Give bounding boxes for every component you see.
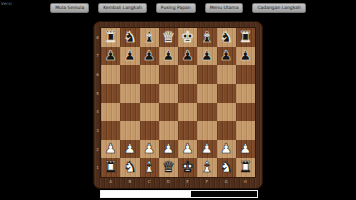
square-a8[interactable]: ♜: [101, 28, 120, 47]
square-d7[interactable]: ♟: [159, 47, 178, 66]
square-d2[interactable]: ♟: [159, 140, 178, 159]
piece-black-pawn: ♟: [143, 49, 155, 63]
square-f8[interactable]: ♝: [197, 28, 216, 47]
piece-white-pawn: ♟: [182, 142, 194, 156]
square-g5[interactable]: [217, 84, 236, 103]
square-a6[interactable]: [101, 65, 120, 84]
eval-bar: [100, 190, 258, 198]
flip-board-button[interactable]: Pusing Papan: [156, 3, 196, 13]
square-h1[interactable]: ♜: [236, 158, 255, 177]
rank-label: 4: [95, 103, 100, 122]
file-label: B: [120, 177, 139, 186]
square-e4[interactable]: [178, 103, 197, 122]
rank-label: 3: [95, 121, 100, 140]
square-g3[interactable]: [217, 121, 236, 140]
square-h7[interactable]: ♟: [236, 47, 255, 66]
square-f3[interactable]: [197, 121, 216, 140]
square-b3[interactable]: [120, 121, 139, 140]
piece-black-pawn: ♟: [239, 49, 251, 63]
square-e5[interactable]: [178, 84, 197, 103]
square-e1[interactable]: ♚: [178, 158, 197, 177]
piece-white-rook: ♜: [239, 160, 252, 175]
piece-white-pawn: ♟: [124, 142, 136, 156]
square-g7[interactable]: ♟: [217, 47, 236, 66]
square-d8[interactable]: ♛: [159, 28, 178, 47]
square-e6[interactable]: [178, 65, 197, 84]
file-label: C: [140, 177, 159, 186]
piece-white-pawn: ♟: [162, 142, 174, 156]
piece-black-knight: ♞: [123, 29, 136, 44]
square-f5[interactable]: [197, 84, 216, 103]
piece-black-pawn: ♟: [201, 49, 213, 63]
square-f2[interactable]: ♟: [197, 140, 216, 159]
hint-move-button[interactable]: Cadangan Langkah: [252, 3, 305, 13]
square-b7[interactable]: ♟: [120, 47, 139, 66]
square-g6[interactable]: [217, 65, 236, 84]
square-e8[interactable]: ♚: [178, 28, 197, 47]
file-label: G: [217, 177, 236, 186]
piece-black-pawn: ♟: [162, 49, 174, 63]
piece-black-rook: ♜: [104, 29, 117, 44]
file-label: F: [197, 177, 216, 186]
square-c1[interactable]: ♝: [140, 158, 159, 177]
rank-label: 5: [95, 84, 100, 103]
restart-button[interactable]: Mula Semula: [50, 3, 89, 13]
square-d1[interactable]: ♛: [159, 158, 178, 177]
rank-label: 7: [95, 47, 100, 66]
square-b2[interactable]: ♟: [120, 140, 139, 159]
square-a2[interactable]: ♟: [101, 140, 120, 159]
rank-label: 2: [95, 140, 100, 159]
square-d4[interactable]: [159, 103, 178, 122]
square-f1[interactable]: ♝: [197, 158, 216, 177]
square-h8[interactable]: ♜: [236, 28, 255, 47]
piece-white-pawn: ♟: [201, 142, 213, 156]
square-h4[interactable]: [236, 103, 255, 122]
file-labels: ABCDEFGH: [101, 177, 255, 186]
piece-black-bishop: ♝: [142, 29, 155, 44]
square-e3[interactable]: [178, 121, 197, 140]
square-a3[interactable]: [101, 121, 120, 140]
rank-label: 8: [95, 28, 100, 47]
file-label: E: [178, 177, 197, 186]
square-a1[interactable]: ♜: [101, 158, 120, 177]
rank-label: 1: [95, 158, 100, 177]
piece-white-pawn: ♟: [143, 142, 155, 156]
square-c2[interactable]: ♟: [140, 140, 159, 159]
piece-white-pawn: ♟: [105, 142, 117, 156]
chess-board: 87654321 ♜♞♝♛♚♝♞♜♟♟♟♟♟♟♟♟♟♟♟♟♟♟♟♟♜♞♝♛♚♝♞…: [93, 21, 263, 189]
piece-black-king: ♚: [181, 29, 194, 44]
piece-black-pawn: ♟: [124, 49, 136, 63]
square-c3[interactable]: [140, 121, 159, 140]
piece-white-knight: ♞: [219, 160, 232, 175]
square-f6[interactable]: [197, 65, 216, 84]
square-g2[interactable]: ♟: [217, 140, 236, 159]
square-g1[interactable]: ♞: [217, 158, 236, 177]
eval-white-fill: [101, 191, 191, 197]
square-b5[interactable]: [120, 84, 139, 103]
square-b6[interactable]: [120, 65, 139, 84]
square-g4[interactable]: [217, 103, 236, 122]
square-b8[interactable]: ♞: [120, 28, 139, 47]
piece-white-king: ♚: [181, 160, 194, 175]
piece-black-rook: ♜: [239, 29, 252, 44]
file-label: D: [159, 177, 178, 186]
square-h3[interactable]: [236, 121, 255, 140]
square-d3[interactable]: [159, 121, 178, 140]
square-f7[interactable]: ♟: [197, 47, 216, 66]
square-h5[interactable]: [236, 84, 255, 103]
square-c8[interactable]: ♝: [140, 28, 159, 47]
undo-move-button[interactable]: Kembali Langkah: [98, 3, 147, 13]
piece-black-knight: ♞: [219, 29, 232, 44]
rank-labels: 87654321: [95, 28, 100, 177]
piece-black-queen: ♛: [162, 29, 175, 44]
square-b4[interactable]: [120, 103, 139, 122]
file-label: H: [236, 177, 255, 186]
piece-white-queen: ♛: [162, 160, 175, 175]
file-label: A: [101, 177, 120, 186]
square-c4[interactable]: [140, 103, 159, 122]
square-b1[interactable]: ♞: [120, 158, 139, 177]
board-grid: ♜♞♝♛♚♝♞♜♟♟♟♟♟♟♟♟♟♟♟♟♟♟♟♟♜♞♝♛♚♝♞♜: [101, 28, 255, 177]
piece-white-pawn: ♟: [220, 142, 232, 156]
square-g8[interactable]: ♞: [217, 28, 236, 47]
piece-black-pawn: ♟: [182, 49, 194, 63]
piece-white-pawn: ♟: [239, 142, 251, 156]
piece-white-rook: ♜: [104, 160, 117, 175]
piece-black-pawn: ♟: [220, 49, 232, 63]
square-e2[interactable]: ♟: [178, 140, 197, 159]
square-a7[interactable]: ♟: [101, 47, 120, 66]
piece-white-knight: ♞: [123, 160, 136, 175]
piece-black-pawn: ♟: [105, 49, 117, 63]
square-c7[interactable]: ♟: [140, 47, 159, 66]
square-d6[interactable]: [159, 65, 178, 84]
piece-white-bishop: ♝: [142, 160, 155, 175]
rank-label: 6: [95, 65, 100, 84]
piece-black-bishop: ♝: [200, 29, 213, 44]
square-e7[interactable]: ♟: [178, 47, 197, 66]
square-a5[interactable]: [101, 84, 120, 103]
square-f4[interactable]: [197, 103, 216, 122]
square-h6[interactable]: [236, 65, 255, 84]
toolbar: Mula Semula Kembali Langkah Pusing Papan…: [0, 3, 356, 13]
square-h2[interactable]: ♟: [236, 140, 255, 159]
main-menu-button[interactable]: Menu Utama: [205, 3, 244, 13]
square-d5[interactable]: [159, 84, 178, 103]
square-c6[interactable]: [140, 65, 159, 84]
square-a4[interactable]: [101, 103, 120, 122]
piece-white-bishop: ♝: [200, 160, 213, 175]
square-c5[interactable]: [140, 84, 159, 103]
